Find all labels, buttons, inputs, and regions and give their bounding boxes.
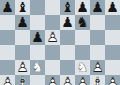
square-b7[interactable]: ♝	[15, 0, 30, 15]
piece-black-bishop[interactable]: ♝	[60, 0, 75, 15]
square-g6[interactable]	[90, 15, 105, 30]
square-f5[interactable]	[75, 30, 90, 45]
square-d7[interactable]	[45, 0, 60, 15]
square-e3[interactable]	[60, 60, 75, 75]
piece-white-pawn[interactable]: ♟♙	[45, 75, 60, 85]
square-e2[interactable]: ♟♙	[60, 75, 75, 85]
piece-black-pawn[interactable]: ♟	[75, 0, 90, 15]
square-d6[interactable]	[45, 15, 60, 30]
piece-glyph: ♟	[0, 0, 15, 15]
piece-white-knight[interactable]: ♞♘	[30, 60, 45, 75]
chess-board: ♟♝♝♟♟♟♟♟♞♟♟♙♟♙♞♘♞♘♟♙♟♙♝♗♟♙♟♙♟♙♝♗♟♙	[0, 0, 120, 85]
piece-white-bishop[interactable]: ♝♗	[15, 75, 30, 85]
piece-glyph: ♟	[90, 0, 105, 15]
square-g4[interactable]	[90, 45, 105, 60]
piece-glyph: ♙	[75, 75, 90, 85]
piece-white-pawn[interactable]: ♟♙	[105, 75, 120, 85]
piece-white-pawn[interactable]: ♟♙	[75, 75, 90, 85]
square-b6[interactable]: ♟	[15, 15, 30, 30]
piece-black-pawn[interactable]: ♟	[90, 0, 105, 15]
square-c3[interactable]: ♞♘	[30, 60, 45, 75]
piece-white-pawn[interactable]: ♟♙	[0, 75, 15, 85]
square-b5[interactable]	[15, 30, 30, 45]
piece-black-pawn[interactable]: ♟	[0, 0, 15, 15]
piece-glyph: ♙	[0, 75, 15, 85]
square-a4[interactable]	[0, 45, 15, 60]
piece-glyph: ♝	[60, 0, 75, 15]
piece-glyph: ♗	[90, 75, 105, 85]
square-d4[interactable]	[45, 45, 60, 60]
square-g2[interactable]: ♝♗	[90, 75, 105, 85]
piece-glyph: ♝	[15, 0, 30, 15]
piece-glyph: ♟	[75, 0, 90, 15]
piece-black-pawn[interactable]: ♟	[105, 0, 120, 15]
square-g3[interactable]: ♟♙	[90, 60, 105, 75]
piece-black-pawn[interactable]: ♟	[60, 15, 75, 30]
square-a5[interactable]	[0, 30, 15, 45]
square-f6[interactable]: ♞	[75, 15, 90, 30]
piece-glyph: ♗	[15, 75, 30, 85]
square-e5[interactable]	[60, 30, 75, 45]
square-a2[interactable]: ♟♙	[0, 75, 15, 85]
piece-white-pawn[interactable]: ♟♙	[60, 75, 75, 85]
square-b2[interactable]: ♝♗	[15, 75, 30, 85]
square-c2[interactable]	[30, 75, 45, 85]
square-e6[interactable]: ♟	[60, 15, 75, 30]
square-e4[interactable]	[60, 45, 75, 60]
piece-glyph: ♘	[75, 60, 90, 75]
square-c5[interactable]: ♟	[30, 30, 45, 45]
piece-white-bishop[interactable]: ♝♗	[90, 75, 105, 85]
piece-white-pawn[interactable]: ♟♙	[15, 60, 30, 75]
piece-glyph: ♘	[30, 60, 45, 75]
piece-glyph: ♞	[75, 15, 90, 30]
square-a3[interactable]	[0, 60, 15, 75]
square-f2[interactable]: ♟♙	[75, 75, 90, 85]
piece-glyph: ♙	[15, 60, 30, 75]
square-c4[interactable]	[30, 45, 45, 60]
piece-white-knight[interactable]: ♞♘	[75, 60, 90, 75]
piece-glyph: ♟	[30, 30, 45, 45]
square-h6[interactable]	[105, 15, 120, 30]
piece-black-bishop[interactable]: ♝	[15, 0, 30, 15]
square-h7[interactable]: ♟	[105, 0, 120, 15]
square-f3[interactable]: ♞♘	[75, 60, 90, 75]
piece-glyph: ♟	[15, 15, 30, 30]
square-d2[interactable]: ♟♙	[45, 75, 60, 85]
piece-glyph: ♙	[105, 75, 120, 85]
square-d5[interactable]: ♟♙	[45, 30, 60, 45]
square-c6[interactable]	[30, 15, 45, 30]
square-f7[interactable]: ♟	[75, 0, 90, 15]
square-a7[interactable]: ♟	[0, 0, 15, 15]
piece-glyph: ♙	[45, 30, 60, 45]
square-h4[interactable]	[105, 45, 120, 60]
piece-black-knight[interactable]: ♞	[75, 15, 90, 30]
piece-white-pawn[interactable]: ♟♙	[90, 60, 105, 75]
square-h5[interactable]	[105, 30, 120, 45]
piece-black-pawn[interactable]: ♟	[15, 15, 30, 30]
square-a6[interactable]	[0, 15, 15, 30]
square-f4[interactable]	[75, 45, 90, 60]
square-e7[interactable]: ♝	[60, 0, 75, 15]
piece-glyph: ♟	[60, 15, 75, 30]
square-b3[interactable]: ♟♙	[15, 60, 30, 75]
piece-white-pawn[interactable]: ♟♙	[45, 30, 60, 45]
piece-glyph: ♙	[45, 75, 60, 85]
square-g5[interactable]	[90, 30, 105, 45]
square-h2[interactable]: ♟♙	[105, 75, 120, 85]
piece-black-pawn[interactable]: ♟	[30, 30, 45, 45]
piece-glyph: ♙	[60, 75, 75, 85]
square-g7[interactable]: ♟	[90, 0, 105, 15]
square-b4[interactable]	[15, 45, 30, 60]
piece-glyph: ♟	[105, 0, 120, 15]
piece-glyph: ♙	[90, 60, 105, 75]
square-c7[interactable]	[30, 0, 45, 15]
square-h3[interactable]	[105, 60, 120, 75]
square-d3[interactable]	[45, 60, 60, 75]
